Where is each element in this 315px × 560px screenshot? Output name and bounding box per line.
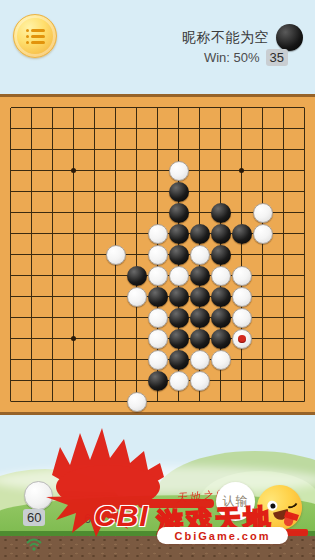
intersection-1-10[interactable]: [21, 307, 42, 328]
white-stone: [148, 329, 168, 349]
black-stone: [169, 245, 189, 265]
intersection-7-10[interactable]: [147, 307, 168, 328]
black-stone: [211, 224, 231, 244]
intersection-10-7[interactable]: [210, 244, 231, 265]
intersection-12-14[interactable]: [252, 391, 273, 412]
opponent-win-rate: Win: 50%: [204, 50, 260, 65]
white-stone: [211, 350, 231, 370]
intersection-8-11[interactable]: [168, 328, 189, 349]
intersection-5-8[interactable]: [105, 265, 126, 286]
intersection-10-10[interactable]: [210, 307, 231, 328]
intersection-10-8[interactable]: [210, 265, 231, 286]
star-point: [71, 168, 76, 173]
intersection-8-10[interactable]: [168, 307, 189, 328]
intersection-8-2[interactable]: [168, 139, 189, 160]
intersection-11-8[interactable]: [231, 265, 252, 286]
black-stone: [148, 287, 168, 307]
white-stone: [190, 350, 210, 370]
intersection-14-3[interactable]: [294, 160, 315, 181]
intersection-0-7[interactable]: [0, 244, 21, 265]
intersection-4-6[interactable]: [84, 223, 105, 244]
intersection-3-6[interactable]: [63, 223, 84, 244]
black-stone: [211, 308, 231, 328]
intersection-9-5[interactable]: [189, 202, 210, 223]
player-win-rate-fragment: 6%: [84, 511, 103, 526]
white-stone: [253, 203, 273, 223]
intersection-1-2[interactable]: [21, 139, 42, 160]
intersection-12-3[interactable]: [252, 160, 273, 181]
white-stone: [148, 350, 168, 370]
intersection-0-0[interactable]: [0, 97, 21, 118]
resign-label: 认输: [223, 493, 249, 510]
white-stone: [148, 266, 168, 286]
intersection-3-11[interactable]: [63, 328, 84, 349]
intersection-1-4[interactable]: [21, 181, 42, 202]
intersection-14-2[interactable]: [294, 139, 315, 160]
intersection-14-5[interactable]: [294, 202, 315, 223]
intersection-7-1[interactable]: [147, 118, 168, 139]
intersection-7-3[interactable]: [147, 160, 168, 181]
intersection-11-0[interactable]: [231, 97, 252, 118]
intersection-10-1[interactable]: [210, 118, 231, 139]
intersection-10-3[interactable]: [210, 160, 231, 181]
intersection-10-2[interactable]: [210, 139, 231, 160]
black-stone: [148, 371, 168, 391]
intersection-11-4[interactable]: [231, 181, 252, 202]
intersection-12-0[interactable]: [252, 97, 273, 118]
intersection-13-6[interactable]: [273, 223, 294, 244]
intersection-4-13[interactable]: [84, 370, 105, 391]
intersection-10-11[interactable]: [210, 328, 231, 349]
white-stone: [169, 161, 189, 181]
intersection-6-4[interactable]: [126, 181, 147, 202]
intersection-6-3[interactable]: [126, 160, 147, 181]
intersection-7-4[interactable]: [147, 181, 168, 202]
black-stone: [169, 203, 189, 223]
white-stone: [232, 266, 252, 286]
intersection-6-11[interactable]: [126, 328, 147, 349]
intersection-2-14[interactable]: [42, 391, 63, 412]
intersection-14-7[interactable]: [294, 244, 315, 265]
intersection-2-5[interactable]: [42, 202, 63, 223]
intersection-13-12[interactable]: [273, 349, 294, 370]
intersection-3-9[interactable]: [63, 286, 84, 307]
white-stone: [148, 224, 168, 244]
player-white-stone-icon: [24, 481, 53, 510]
intersection-8-5[interactable]: [168, 202, 189, 223]
intersection-11-2[interactable]: [231, 139, 252, 160]
intersection-12-13[interactable]: [252, 370, 273, 391]
intersection-9-3[interactable]: [189, 160, 210, 181]
intersection-3-1[interactable]: [63, 118, 84, 139]
intersection-2-2[interactable]: [42, 139, 63, 160]
intersection-12-10[interactable]: [252, 307, 273, 328]
intersection-10-5[interactable]: [210, 202, 231, 223]
intersection-12-8[interactable]: [252, 265, 273, 286]
intersection-12-2[interactable]: [252, 139, 273, 160]
intersection-13-10[interactable]: [273, 307, 294, 328]
intersection-1-13[interactable]: [21, 370, 42, 391]
player-time-badge: 60: [23, 509, 45, 526]
intersection-3-10[interactable]: [63, 307, 84, 328]
black-stone: [169, 329, 189, 349]
intersection-11-5[interactable]: [231, 202, 252, 223]
intersection-4-11[interactable]: [84, 328, 105, 349]
black-stone: [127, 266, 147, 286]
intersection-6-9[interactable]: [126, 286, 147, 307]
opponent-stats: Win: 50% 35: [204, 49, 288, 66]
intersection-7-8[interactable]: [147, 265, 168, 286]
intersection-14-13[interactable]: [294, 370, 315, 391]
intersection-13-11[interactable]: [273, 328, 294, 349]
intersection-13-5[interactable]: [273, 202, 294, 223]
intersection-9-6[interactable]: [189, 223, 210, 244]
intersection-6-12[interactable]: [126, 349, 147, 370]
intersection-0-8[interactable]: [0, 265, 21, 286]
intersection-1-1[interactable]: [21, 118, 42, 139]
intersection-0-10[interactable]: [0, 307, 21, 328]
intersection-9-13[interactable]: [189, 370, 210, 391]
intersection-3-0[interactable]: [63, 97, 84, 118]
intersection-0-14[interactable]: [0, 391, 21, 412]
intersection-14-9[interactable]: [294, 286, 315, 307]
intersection-9-7[interactable]: [189, 244, 210, 265]
intersection-13-13[interactable]: [273, 370, 294, 391]
intersection-7-9[interactable]: [147, 286, 168, 307]
gomoku-board-frame: [0, 94, 315, 415]
black-stone: [190, 287, 210, 307]
intersection-0-13[interactable]: [0, 370, 21, 391]
intersection-9-1[interactable]: [189, 118, 210, 139]
intersection-10-4[interactable]: [210, 181, 231, 202]
intersection-9-14[interactable]: [189, 391, 210, 412]
intersection-2-9[interactable]: [42, 286, 63, 307]
intersection-0-12[interactable]: [0, 349, 21, 370]
intersection-1-9[interactable]: [21, 286, 42, 307]
intersection-11-7[interactable]: [231, 244, 252, 265]
black-stone: [211, 245, 231, 265]
coin-list-icon: [26, 29, 45, 32]
intersection-4-12[interactable]: [84, 349, 105, 370]
intersection-8-8[interactable]: [168, 265, 189, 286]
intersection-11-6[interactable]: [231, 223, 252, 244]
white-stone: [169, 266, 189, 286]
intersection-3-12[interactable]: [63, 349, 84, 370]
white-stone: [127, 287, 147, 307]
intersection-2-8[interactable]: [42, 265, 63, 286]
intersection-6-7[interactable]: [126, 244, 147, 265]
intersection-9-4[interactable]: [189, 181, 210, 202]
intersection-9-11[interactable]: [189, 328, 210, 349]
intersection-2-11[interactable]: [42, 328, 63, 349]
white-stone: [169, 371, 189, 391]
intersection-13-1[interactable]: [273, 118, 294, 139]
star-point: [239, 168, 244, 173]
intersection-12-12[interactable]: [252, 349, 273, 370]
intersection-2-13[interactable]: [42, 370, 63, 391]
intersection-4-5[interactable]: [84, 202, 105, 223]
intersection-2-7[interactable]: [42, 244, 63, 265]
intersection-7-7[interactable]: [147, 244, 168, 265]
intersection-0-1[interactable]: [0, 118, 21, 139]
black-stone: [169, 287, 189, 307]
black-stone: [211, 203, 231, 223]
intersection-7-14[interactable]: [147, 391, 168, 412]
game-screen: 昵称不能为空 Win: 50% 35 天地之间 60 6% 认输: [0, 0, 315, 560]
white-stone: [232, 308, 252, 328]
intersection-1-7[interactable]: [21, 244, 42, 265]
resign-button[interactable]: 认输: [216, 482, 255, 521]
intersection-9-0[interactable]: [189, 97, 210, 118]
intersection-6-5[interactable]: [126, 202, 147, 223]
white-stone: [148, 245, 168, 265]
intersection-0-3[interactable]: [0, 160, 21, 181]
intersection-5-2[interactable]: [105, 139, 126, 160]
intersection-2-10[interactable]: [42, 307, 63, 328]
intersection-13-3[interactable]: [273, 160, 294, 181]
intersection-7-13[interactable]: [147, 370, 168, 391]
black-stone: [190, 308, 210, 328]
menu-coin-button[interactable]: [13, 14, 57, 58]
intersection-8-7[interactable]: [168, 244, 189, 265]
black-stone: [169, 224, 189, 244]
intersection-5-9[interactable]: [105, 286, 126, 307]
black-stone: [169, 350, 189, 370]
intersection-13-2[interactable]: [273, 139, 294, 160]
intersection-6-0[interactable]: [126, 97, 147, 118]
black-stone: [190, 224, 210, 244]
intersection-5-14[interactable]: [105, 391, 126, 412]
black-stone: [169, 182, 189, 202]
intersection-14-10[interactable]: [294, 307, 315, 328]
intersection-4-9[interactable]: [84, 286, 105, 307]
intersection-4-2[interactable]: [84, 139, 105, 160]
intersection-13-4[interactable]: [273, 181, 294, 202]
intersection-4-1[interactable]: [84, 118, 105, 139]
intersection-8-4[interactable]: [168, 181, 189, 202]
intersection-9-9[interactable]: [189, 286, 210, 307]
intersection-7-0[interactable]: [147, 97, 168, 118]
intersection-8-3[interactable]: [168, 160, 189, 181]
intersection-7-2[interactable]: [147, 139, 168, 160]
intersection-5-0[interactable]: [105, 97, 126, 118]
intersection-1-3[interactable]: [21, 160, 42, 181]
intersection-3-3[interactable]: [63, 160, 84, 181]
intersection-5-6[interactable]: [105, 223, 126, 244]
intersection-2-3[interactable]: [42, 160, 63, 181]
intersection-5-3[interactable]: [105, 160, 126, 181]
intersection-5-12[interactable]: [105, 349, 126, 370]
intersection-8-13[interactable]: [168, 370, 189, 391]
intersection-9-2[interactable]: [189, 139, 210, 160]
intersection-14-11[interactable]: [294, 328, 315, 349]
intersection-5-7[interactable]: [105, 244, 126, 265]
white-stone: [211, 266, 231, 286]
intersection-3-13[interactable]: [63, 370, 84, 391]
intersection-9-12[interactable]: [189, 349, 210, 370]
intersection-3-4[interactable]: [63, 181, 84, 202]
white-stone: [190, 371, 210, 391]
intersection-4-4[interactable]: [84, 181, 105, 202]
intersection-12-1[interactable]: [252, 118, 273, 139]
intersection-5-1[interactable]: [105, 118, 126, 139]
intersection-12-7[interactable]: [252, 244, 273, 265]
intersection-3-7[interactable]: [63, 244, 84, 265]
intersection-12-9[interactable]: [252, 286, 273, 307]
intersection-1-14[interactable]: [21, 391, 42, 412]
intersection-7-6[interactable]: [147, 223, 168, 244]
intersection-9-10[interactable]: [189, 307, 210, 328]
intersection-11-10[interactable]: [231, 307, 252, 328]
intersection-1-11[interactable]: [21, 328, 42, 349]
black-stone: [211, 287, 231, 307]
intersection-1-12[interactable]: [21, 349, 42, 370]
intersection-4-10[interactable]: [84, 307, 105, 328]
intersection-10-6[interactable]: [210, 223, 231, 244]
intersection-8-14[interactable]: [168, 391, 189, 412]
intersection-6-14[interactable]: [126, 391, 147, 412]
intersection-0-11[interactable]: [0, 328, 21, 349]
intersection-0-9[interactable]: [0, 286, 21, 307]
black-stone: [190, 266, 210, 286]
intersection-14-6[interactable]: [294, 223, 315, 244]
intersection-13-9[interactable]: [273, 286, 294, 307]
intersection-4-3[interactable]: [84, 160, 105, 181]
white-stone: [232, 329, 252, 349]
intersection-14-12[interactable]: [294, 349, 315, 370]
intersection-11-12[interactable]: [231, 349, 252, 370]
intersection-8-1[interactable]: [168, 118, 189, 139]
intersection-13-8[interactable]: [273, 265, 294, 286]
opponent-black-stone-icon: [276, 24, 303, 51]
intersection-14-14[interactable]: [294, 391, 315, 412]
intersection-4-7[interactable]: [84, 244, 105, 265]
intersection-12-4[interactable]: [252, 181, 273, 202]
opponent-name: 昵称不能为空: [182, 29, 269, 47]
intersection-10-12[interactable]: [210, 349, 231, 370]
intersection-11-14[interactable]: [231, 391, 252, 412]
intersection-5-5[interactable]: [105, 202, 126, 223]
intersection-6-1[interactable]: [126, 118, 147, 139]
white-stone: [106, 245, 126, 265]
wifi-signal-icon: [25, 537, 43, 552]
intersection-9-8[interactable]: [189, 265, 210, 286]
intersection-6-13[interactable]: [126, 370, 147, 391]
intersection-11-11[interactable]: [231, 328, 252, 349]
intersection-14-0[interactable]: [294, 97, 315, 118]
intersection-6-2[interactable]: [126, 139, 147, 160]
intersection-13-7[interactable]: [273, 244, 294, 265]
intersection-7-12[interactable]: [147, 349, 168, 370]
intersection-5-13[interactable]: [105, 370, 126, 391]
intersection-7-11[interactable]: [147, 328, 168, 349]
intersection-0-2[interactable]: [0, 139, 21, 160]
intersection-13-14[interactable]: [273, 391, 294, 412]
intersection-10-13[interactable]: [210, 370, 231, 391]
intersection-3-14[interactable]: [63, 391, 84, 412]
intersection-8-12[interactable]: [168, 349, 189, 370]
intersection-5-11[interactable]: [105, 328, 126, 349]
opponent-time-badge: 35: [266, 49, 288, 66]
intersection-13-0[interactable]: [273, 97, 294, 118]
intersection-12-6[interactable]: [252, 223, 273, 244]
white-stone: [232, 287, 252, 307]
intersection-1-0[interactable]: [21, 97, 42, 118]
intersection-8-9[interactable]: [168, 286, 189, 307]
intersection-3-2[interactable]: [63, 139, 84, 160]
intersection-1-6[interactable]: [21, 223, 42, 244]
last-move-marker: [238, 335, 246, 343]
intersection-5-10[interactable]: [105, 307, 126, 328]
intersection-2-12[interactable]: [42, 349, 63, 370]
intersection-10-9[interactable]: [210, 286, 231, 307]
gomoku-board[interactable]: [0, 97, 315, 412]
intersection-12-11[interactable]: [252, 328, 273, 349]
intersection-1-5[interactable]: [21, 202, 42, 223]
intersection-3-8[interactable]: [63, 265, 84, 286]
intersection-5-4[interactable]: [105, 181, 126, 202]
intersection-11-9[interactable]: [231, 286, 252, 307]
intersection-11-3[interactable]: [231, 160, 252, 181]
intersection-0-6[interactable]: [0, 223, 21, 244]
dirt-ground: [0, 536, 315, 560]
intersection-2-4[interactable]: [42, 181, 63, 202]
intersection-8-0[interactable]: [168, 97, 189, 118]
intersection-7-5[interactable]: [147, 202, 168, 223]
intersection-10-14[interactable]: [210, 391, 231, 412]
intersection-4-8[interactable]: [84, 265, 105, 286]
intersection-6-8[interactable]: [126, 265, 147, 286]
white-stone: [148, 308, 168, 328]
intersection-14-8[interactable]: [294, 265, 315, 286]
white-stone: [190, 245, 210, 265]
intersection-14-4[interactable]: [294, 181, 315, 202]
intersection-12-5[interactable]: [252, 202, 273, 223]
intersection-6-10[interactable]: [126, 307, 147, 328]
black-stone: [211, 329, 231, 349]
white-stone: [127, 392, 147, 412]
black-stone: [232, 224, 252, 244]
intersection-10-0[interactable]: [210, 97, 231, 118]
intersection-8-6[interactable]: [168, 223, 189, 244]
intersection-14-1[interactable]: [294, 118, 315, 139]
black-stone: [190, 329, 210, 349]
intersection-0-4[interactable]: [0, 181, 21, 202]
intersection-11-13[interactable]: [231, 370, 252, 391]
white-stone: [253, 224, 273, 244]
intersection-2-1[interactable]: [42, 118, 63, 139]
opponent-info: 昵称不能为空: [182, 24, 303, 51]
intersection-2-0[interactable]: [42, 97, 63, 118]
intersection-0-5[interactable]: [0, 202, 21, 223]
intersection-6-6[interactable]: [126, 223, 147, 244]
intersection-11-1[interactable]: [231, 118, 252, 139]
intersection-2-6[interactable]: [42, 223, 63, 244]
intersection-4-0[interactable]: [84, 97, 105, 118]
intersection-3-5[interactable]: [63, 202, 84, 223]
black-stone: [169, 308, 189, 328]
star-point: [71, 336, 76, 341]
intersection-1-8[interactable]: [21, 265, 42, 286]
intersection-4-14[interactable]: [84, 391, 105, 412]
